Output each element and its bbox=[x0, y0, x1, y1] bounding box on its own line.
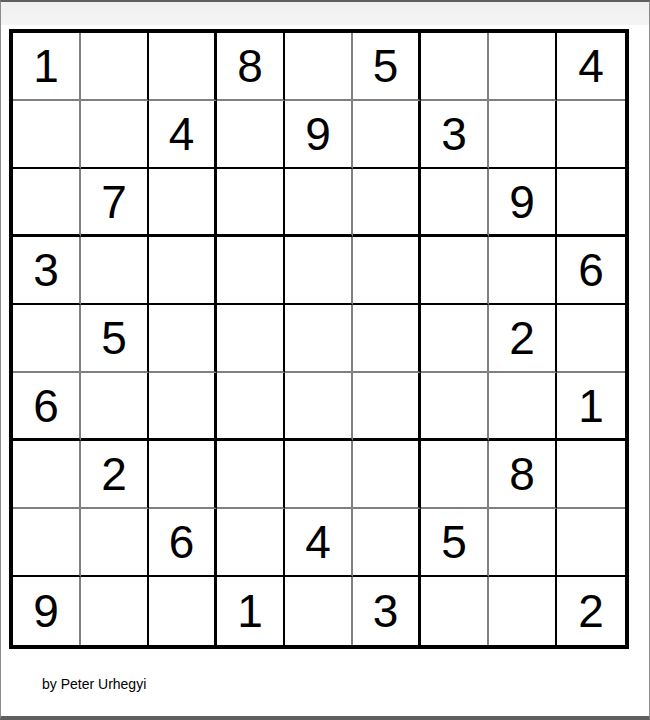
cell-r2c9[interactable] bbox=[557, 101, 625, 169]
cell-r1c6[interactable]: 5 bbox=[353, 33, 421, 101]
cell-r8c9[interactable] bbox=[557, 509, 625, 577]
cell-r7c9[interactable] bbox=[557, 441, 625, 509]
cell-r3c7[interactable] bbox=[421, 169, 489, 237]
cell-r3c5[interactable] bbox=[285, 169, 353, 237]
cell-r4c4[interactable] bbox=[217, 237, 285, 305]
cell-r8c5[interactable]: 4 bbox=[285, 509, 353, 577]
cell-r9c7[interactable] bbox=[421, 577, 489, 645]
cell-r7c4[interactable] bbox=[217, 441, 285, 509]
cell-r7c2[interactable]: 2 bbox=[81, 441, 149, 509]
cell-r5c9[interactable] bbox=[557, 305, 625, 373]
cell-r8c2[interactable] bbox=[81, 509, 149, 577]
cell-r5c3[interactable] bbox=[149, 305, 217, 373]
cell-r1c4[interactable]: 8 bbox=[217, 33, 285, 101]
cell-r9c5[interactable] bbox=[285, 577, 353, 645]
cell-r4c3[interactable] bbox=[149, 237, 217, 305]
cell-r1c3[interactable] bbox=[149, 33, 217, 101]
cell-r4c9[interactable]: 6 bbox=[557, 237, 625, 305]
cell-r3c9[interactable] bbox=[557, 169, 625, 237]
cell-r2c8[interactable] bbox=[489, 101, 557, 169]
cell-r8c6[interactable] bbox=[353, 509, 421, 577]
cell-r2c3[interactable]: 4 bbox=[149, 101, 217, 169]
cell-r7c8[interactable]: 8 bbox=[489, 441, 557, 509]
cell-r6c4[interactable] bbox=[217, 373, 285, 441]
cell-r9c1[interactable]: 9 bbox=[13, 577, 81, 645]
cell-r3c3[interactable] bbox=[149, 169, 217, 237]
cell-r1c9[interactable]: 4 bbox=[557, 33, 625, 101]
cell-r6c2[interactable] bbox=[81, 373, 149, 441]
cell-r8c4[interactable] bbox=[217, 509, 285, 577]
cell-r7c5[interactable] bbox=[285, 441, 353, 509]
cell-r8c1[interactable] bbox=[13, 509, 81, 577]
cell-r3c8[interactable]: 9 bbox=[489, 169, 557, 237]
cell-r2c4[interactable] bbox=[217, 101, 285, 169]
cell-r1c8[interactable] bbox=[489, 33, 557, 101]
cell-r9c2[interactable] bbox=[81, 577, 149, 645]
cell-r9c9[interactable]: 2 bbox=[557, 577, 625, 645]
cell-r6c7[interactable] bbox=[421, 373, 489, 441]
cell-r9c4[interactable]: 1 bbox=[217, 577, 285, 645]
cell-r8c8[interactable] bbox=[489, 509, 557, 577]
cell-r3c6[interactable] bbox=[353, 169, 421, 237]
cell-r4c1[interactable]: 3 bbox=[13, 237, 81, 305]
cell-r1c2[interactable] bbox=[81, 33, 149, 101]
cell-r3c2[interactable]: 7 bbox=[81, 169, 149, 237]
cell-r2c7[interactable]: 3 bbox=[421, 101, 489, 169]
cell-r5c5[interactable] bbox=[285, 305, 353, 373]
cell-r9c3[interactable] bbox=[149, 577, 217, 645]
cell-r4c5[interactable] bbox=[285, 237, 353, 305]
cell-r5c2[interactable]: 5 bbox=[81, 305, 149, 373]
cell-r7c7[interactable] bbox=[421, 441, 489, 509]
cell-r1c5[interactable] bbox=[285, 33, 353, 101]
cell-r5c6[interactable] bbox=[353, 305, 421, 373]
cell-r3c1[interactable] bbox=[13, 169, 81, 237]
cell-r6c6[interactable] bbox=[353, 373, 421, 441]
cell-r9c6[interactable]: 3 bbox=[353, 577, 421, 645]
cell-r5c4[interactable] bbox=[217, 305, 285, 373]
cell-r7c6[interactable] bbox=[353, 441, 421, 509]
cell-r6c8[interactable] bbox=[489, 373, 557, 441]
credit-text: by Peter Urhegyi bbox=[42, 676, 146, 692]
cell-r9c8[interactable] bbox=[489, 577, 557, 645]
cell-r5c7[interactable] bbox=[421, 305, 489, 373]
cell-r7c1[interactable] bbox=[13, 441, 81, 509]
cell-r8c3[interactable]: 6 bbox=[149, 509, 217, 577]
cell-r1c1[interactable]: 1 bbox=[13, 33, 81, 101]
cell-r1c7[interactable] bbox=[421, 33, 489, 101]
cell-r4c6[interactable] bbox=[353, 237, 421, 305]
cell-r2c5[interactable]: 9 bbox=[285, 101, 353, 169]
sudoku-board: 185449379365261286459132 bbox=[9, 29, 629, 649]
cell-r2c6[interactable] bbox=[353, 101, 421, 169]
cell-r6c1[interactable]: 6 bbox=[13, 373, 81, 441]
cell-r8c7[interactable]: 5 bbox=[421, 509, 489, 577]
cell-r4c2[interactable] bbox=[81, 237, 149, 305]
cell-r7c3[interactable] bbox=[149, 441, 217, 509]
cell-r4c7[interactable] bbox=[421, 237, 489, 305]
cell-r2c2[interactable] bbox=[81, 101, 149, 169]
cell-r6c5[interactable] bbox=[285, 373, 353, 441]
cell-r4c8[interactable] bbox=[489, 237, 557, 305]
cell-r2c1[interactable] bbox=[13, 101, 81, 169]
cell-r6c3[interactable] bbox=[149, 373, 217, 441]
cell-r5c1[interactable] bbox=[13, 305, 81, 373]
titlebar bbox=[1, 2, 649, 25]
cell-r6c9[interactable]: 1 bbox=[557, 373, 625, 441]
cell-r5c8[interactable]: 2 bbox=[489, 305, 557, 373]
cell-r3c4[interactable] bbox=[217, 169, 285, 237]
